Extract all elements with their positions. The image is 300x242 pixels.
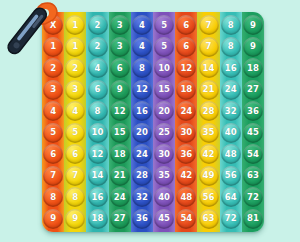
bubble-r3-c2[interactable]: 6 [88,80,108,100]
bubble-r1-c4[interactable]: 4 [132,37,152,57]
bubble-r8-c4[interactable]: 32 [132,187,152,207]
bubble-r0-c8[interactable]: 8 [221,15,241,35]
bubble-r6-c4[interactable]: 24 [132,144,152,164]
bubble-r2-c4[interactable]: 8 [132,58,152,78]
bubble-r4-c7[interactable]: 28 [199,101,219,121]
bubble-r0-c6[interactable]: 6 [176,15,196,35]
carabiner-clip [0,0,62,72]
bubble-r9-c0[interactable]: 9 [43,209,63,229]
bubble-r6-c0[interactable]: 6 [43,144,63,164]
bubble-r8-c1[interactable]: 8 [65,187,85,207]
bubble-r9-c1[interactable]: 9 [65,209,85,229]
bubble-r9-c4[interactable]: 36 [132,209,152,229]
bubble-r5-c1[interactable]: 5 [65,123,85,143]
bubble-r9-c3[interactable]: 27 [110,209,130,229]
bubble-r5-c6[interactable]: 30 [176,123,196,143]
bubble-r4-c3[interactable]: 12 [110,101,130,121]
bubble-r5-c2[interactable]: 10 [88,123,108,143]
bubble-r9-c9[interactable]: 81 [243,209,263,229]
bubble-r4-c2[interactable]: 8 [88,101,108,121]
bubble-r0-c7[interactable]: 7 [199,15,219,35]
bubble-r4-c4[interactable]: 16 [132,101,152,121]
bubble-r3-c5[interactable]: 15 [154,80,174,100]
bubble-r7-c8[interactable]: 56 [221,166,241,186]
bubble-r6-c2[interactable]: 12 [88,144,108,164]
column-stripe-4: 44812162024283236 [131,12,153,232]
bubble-r9-c8[interactable]: 72 [221,209,241,229]
bubble-r2-c6[interactable]: 12 [176,58,196,78]
bubble-r0-c4[interactable]: 4 [132,15,152,35]
bubble-r7-c9[interactable]: 63 [243,166,263,186]
bubble-r6-c8[interactable]: 48 [221,144,241,164]
bubble-r9-c6[interactable]: 54 [176,209,196,229]
bubble-r4-c5[interactable]: 20 [154,101,174,121]
column-stripe-7: 771421283542495663 [197,12,219,232]
bubble-r5-c0[interactable]: 5 [43,123,63,143]
bubble-r3-c9[interactable]: 27 [243,80,263,100]
bubble-r3-c1[interactable]: 3 [65,80,85,100]
bubble-r2-c7[interactable]: 14 [199,58,219,78]
bubble-r2-c1[interactable]: 2 [65,58,85,78]
bubble-r7-c5[interactable]: 35 [154,166,174,186]
bubble-r5-c3[interactable]: 15 [110,123,130,143]
bubble-r4-c8[interactable]: 32 [221,101,241,121]
bubble-r8-c2[interactable]: 16 [88,187,108,207]
bubble-r4-c6[interactable]: 24 [176,101,196,121]
bubble-r2-c3[interactable]: 6 [110,58,130,78]
bubble-r0-c1[interactable]: 1 [65,15,85,35]
bubble-r5-c5[interactable]: 25 [154,123,174,143]
bubble-r6-c6[interactable]: 36 [176,144,196,164]
bubble-r3-c7[interactable]: 21 [199,80,219,100]
column-stripe-2: 224681012141618 [86,12,108,232]
bubble-r3-c8[interactable]: 24 [221,80,241,100]
bubble-r2-c5[interactable]: 10 [154,58,174,78]
column-stripe-9: 991827364554637281 [242,12,264,232]
bubble-r1-c8[interactable]: 8 [221,37,241,57]
bubble-r7-c0[interactable]: 7 [43,166,63,186]
bubble-r0-c5[interactable]: 5 [154,15,174,35]
column-stripe-3: 3369121518212427 [109,12,131,232]
bubble-r7-c2[interactable]: 14 [88,166,108,186]
bubble-r1-c2[interactable]: 2 [88,37,108,57]
bubble-r0-c3[interactable]: 3 [110,15,130,35]
bubble-r0-c2[interactable]: 2 [88,15,108,35]
bubble-r4-c9[interactable]: 36 [243,101,263,121]
bubble-r6-c3[interactable]: 18 [110,144,130,164]
bubble-r9-c7[interactable]: 63 [199,209,219,229]
bubble-r9-c2[interactable]: 18 [88,209,108,229]
bubble-r5-c7[interactable]: 35 [199,123,219,143]
bubble-r8-c0[interactable]: 8 [43,187,63,207]
bubble-r5-c8[interactable]: 40 [221,123,241,143]
bubble-r8-c5[interactable]: 40 [154,187,174,207]
bubble-r7-c6[interactable]: 42 [176,166,196,186]
bubble-r8-c7[interactable]: 56 [199,187,219,207]
bubble-r1-c5[interactable]: 5 [154,37,174,57]
bubble-r2-c8[interactable]: 16 [221,58,241,78]
column-stripe-6: 661218243036424854 [175,12,197,232]
bubble-r6-c9[interactable]: 54 [243,144,263,164]
bubble-r3-c6[interactable]: 18 [176,80,196,100]
bubble-r2-c9[interactable]: 18 [243,58,263,78]
column-stripe-8: 881624324048566472 [220,12,242,232]
column-stripe-1: 1123456789 [64,12,86,232]
bubble-r5-c9[interactable]: 45 [243,123,263,143]
bubble-r7-c3[interactable]: 21 [110,166,130,186]
bubble-r6-c7[interactable]: 42 [199,144,219,164]
bubble-r7-c4[interactable]: 28 [132,166,152,186]
column-stripe-5: 551015202530354045 [153,12,175,232]
bubble-r6-c5[interactable]: 30 [154,144,174,164]
bubble-r1-c9[interactable]: 9 [243,37,263,57]
bubble-r6-c1[interactable]: 6 [65,144,85,164]
bubble-r5-c4[interactable]: 20 [132,123,152,143]
bubble-r4-c1[interactable]: 4 [65,101,85,121]
bubble-r8-c3[interactable]: 24 [110,187,130,207]
bubble-r4-c0[interactable]: 4 [43,101,63,121]
bubble-r0-c9[interactable]: 9 [243,15,263,35]
bubble-r3-c3[interactable]: 9 [110,80,130,100]
bubble-r7-c1[interactable]: 7 [65,166,85,186]
bubble-r8-c9[interactable]: 72 [243,187,263,207]
bubble-r2-c2[interactable]: 4 [88,58,108,78]
bubble-r1-c3[interactable]: 3 [110,37,130,57]
bubble-r7-c7[interactable]: 49 [199,166,219,186]
bubble-r9-c5[interactable]: 45 [154,209,174,229]
bubble-r8-c8[interactable]: 64 [221,187,241,207]
bubble-r1-c6[interactable]: 6 [176,37,196,57]
bubble-r8-c6[interactable]: 48 [176,187,196,207]
popit-multiplication-board: X123456789112345678922468101214161833691… [42,12,264,232]
bubble-r3-c4[interactable]: 12 [132,80,152,100]
bubble-r1-c7[interactable]: 7 [199,37,219,57]
bubble-r3-c0[interactable]: 3 [43,80,63,100]
bubble-r1-c1[interactable]: 1 [65,37,85,57]
